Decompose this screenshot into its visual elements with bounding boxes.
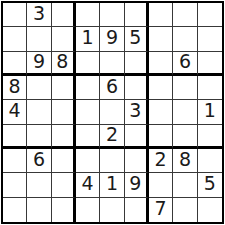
sudoku-cell[interactable]: 1 (198, 100, 222, 124)
sudoku-cell[interactable]: 7 (149, 198, 173, 222)
sudoku-cell[interactable] (173, 173, 197, 197)
cell-digit: 9 (129, 174, 141, 193)
sudoku-cell[interactable] (100, 52, 124, 76)
sudoku-cell[interactable] (198, 198, 222, 222)
sudoku-cell[interactable] (27, 173, 51, 197)
sudoku-cell[interactable] (125, 52, 149, 76)
cell-digit: 6 (179, 52, 191, 71)
sudoku-cell[interactable] (52, 100, 76, 124)
cell-digit: 5 (129, 28, 141, 47)
sudoku-cell[interactable] (52, 198, 76, 222)
sudoku-cell[interactable]: 2 (100, 125, 124, 149)
sudoku-cell[interactable] (149, 173, 173, 197)
sudoku-cell[interactable] (52, 76, 76, 100)
sudoku-board: 319598686431262841957 (1, 1, 224, 224)
sudoku-cell[interactable] (3, 3, 27, 27)
sudoku-cell[interactable] (27, 125, 51, 149)
sudoku-cell[interactable] (76, 100, 100, 124)
cell-digit: 1 (204, 101, 216, 120)
sudoku-cell[interactable]: 2 (149, 149, 173, 173)
sudoku-cell[interactable] (125, 76, 149, 100)
sudoku-cell[interactable]: 8 (173, 149, 197, 173)
sudoku-cell[interactable] (27, 100, 51, 124)
sudoku-cell[interactable]: 1 (100, 173, 124, 197)
sudoku-cell[interactable] (52, 3, 76, 27)
sudoku-cell[interactable] (173, 76, 197, 100)
sudoku-cell[interactable] (149, 27, 173, 51)
sudoku-cell[interactable]: 3 (27, 3, 51, 27)
sudoku-cell[interactable]: 8 (52, 52, 76, 76)
sudoku-cell[interactable] (125, 125, 149, 149)
sudoku-cell[interactable] (100, 100, 124, 124)
sudoku-cell[interactable] (76, 76, 100, 100)
cell-digit: 8 (56, 52, 68, 71)
sudoku-cell[interactable] (76, 3, 100, 27)
cell-digit: 8 (9, 77, 21, 96)
sudoku-cell[interactable] (100, 3, 124, 27)
sudoku-cell[interactable] (149, 3, 173, 27)
sudoku-cell[interactable] (198, 125, 222, 149)
sudoku-cell[interactable]: 1 (76, 27, 100, 51)
sudoku-cell[interactable] (27, 27, 51, 51)
sudoku-cell[interactable] (3, 125, 27, 149)
cell-digit: 5 (204, 174, 216, 193)
cell-digit: 3 (129, 101, 141, 120)
cell-digit: 2 (106, 125, 118, 144)
sudoku-cell[interactable]: 9 (27, 52, 51, 76)
sudoku-cell[interactable]: 6 (173, 52, 197, 76)
sudoku-cell[interactable] (198, 3, 222, 27)
cell-digit: 9 (106, 28, 118, 47)
sudoku-cell[interactable] (149, 100, 173, 124)
sudoku-cell[interactable]: 3 (125, 100, 149, 124)
sudoku-cell[interactable] (3, 27, 27, 51)
sudoku-cell[interactable] (76, 125, 100, 149)
sudoku-cell[interactable]: 5 (125, 27, 149, 51)
sudoku-cell[interactable]: 9 (125, 173, 149, 197)
sudoku-cell[interactable] (173, 198, 197, 222)
sudoku-cell[interactable] (125, 198, 149, 222)
sudoku-cell[interactable] (149, 125, 173, 149)
sudoku-cell[interactable]: 4 (76, 173, 100, 197)
sudoku-cell[interactable] (76, 52, 100, 76)
sudoku-cell[interactable] (3, 173, 27, 197)
sudoku-cell[interactable]: 4 (3, 100, 27, 124)
cell-digit: 4 (9, 101, 21, 120)
sudoku-cell[interactable] (198, 27, 222, 51)
sudoku-cell[interactable] (3, 149, 27, 173)
sudoku-cell[interactable] (198, 149, 222, 173)
sudoku-cell[interactable] (198, 76, 222, 100)
sudoku-cell[interactable]: 8 (3, 76, 27, 100)
sudoku-cell[interactable] (100, 149, 124, 173)
sudoku-cell[interactable] (173, 125, 197, 149)
sudoku-cell[interactable] (125, 149, 149, 173)
sudoku-cell[interactable] (76, 149, 100, 173)
cell-digit: 3 (33, 4, 45, 23)
sudoku-cell[interactable]: 6 (27, 149, 51, 173)
sudoku-cell[interactable] (52, 149, 76, 173)
cell-digit: 1 (106, 174, 118, 193)
sudoku-cell[interactable] (3, 52, 27, 76)
sudoku-cell[interactable] (149, 76, 173, 100)
sudoku-cell[interactable] (76, 198, 100, 222)
cell-digit: 4 (82, 174, 94, 193)
cell-digit: 6 (106, 77, 118, 96)
cell-digit: 7 (155, 199, 167, 218)
sudoku-cell[interactable]: 6 (100, 76, 124, 100)
cell-digit: 1 (82, 28, 94, 47)
sudoku-cell[interactable] (3, 198, 27, 222)
sudoku-cell[interactable] (52, 125, 76, 149)
cell-digit: 9 (33, 52, 45, 71)
sudoku-cell[interactable] (52, 27, 76, 51)
sudoku-cell[interactable] (173, 3, 197, 27)
cell-digit: 6 (33, 150, 45, 169)
sudoku-cell[interactable] (173, 100, 197, 124)
sudoku-cell[interactable] (173, 27, 197, 51)
cell-digit: 8 (179, 150, 191, 169)
sudoku-cell[interactable] (52, 173, 76, 197)
sudoku-cell[interactable] (198, 52, 222, 76)
sudoku-cell[interactable]: 9 (100, 27, 124, 51)
sudoku-cell[interactable] (149, 52, 173, 76)
sudoku-cell[interactable] (125, 3, 149, 27)
sudoku-cell[interactable] (100, 198, 124, 222)
sudoku-cell[interactable] (27, 76, 51, 100)
cell-digit: 2 (155, 150, 167, 169)
sudoku-cell[interactable]: 5 (198, 173, 222, 197)
sudoku-cell[interactable] (27, 198, 51, 222)
